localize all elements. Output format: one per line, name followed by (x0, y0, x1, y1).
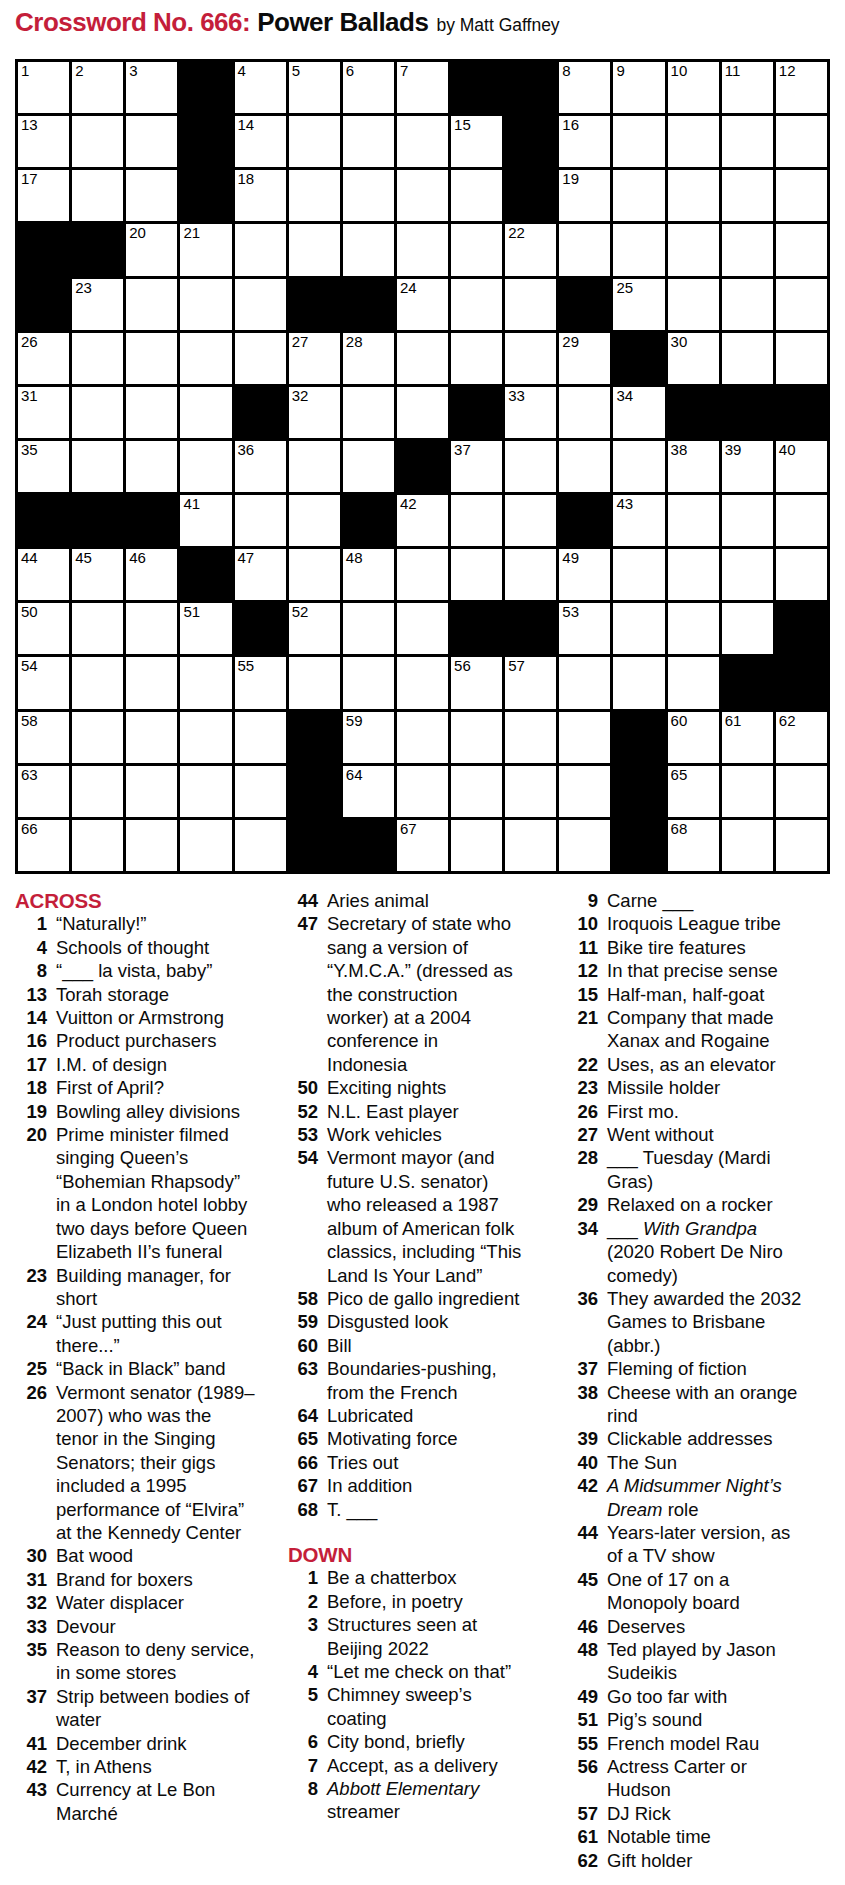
grid-cell-r13c10[interactable] (505, 712, 556, 763)
clue-number: 58 (288, 1287, 318, 1310)
clue-number: 42 (15, 1755, 47, 1778)
clue-text: Schools of thought (56, 936, 257, 959)
grid-cell-r13c4[interactable] (180, 712, 231, 763)
grid-cell-r2c13[interactable] (668, 116, 719, 167)
grid-cell-r10c9[interactable] (451, 549, 502, 600)
clue-text: Gift holder (607, 1849, 803, 1872)
grid-cell-r11c12[interactable] (613, 603, 664, 654)
black-square-r5c6 (289, 279, 340, 330)
grid-cell-r1c2[interactable]: 2 (72, 62, 123, 113)
cell-number-30: 30 (671, 334, 688, 351)
grid-cell-r3c12[interactable] (613, 170, 664, 221)
cell-number-17: 17 (21, 171, 38, 188)
cell-number-24: 24 (400, 280, 417, 297)
clue-text: Half-man, half-goat (607, 983, 803, 1006)
clue-number: 23 (565, 1076, 598, 1099)
clue-down-42: 42A Midsummer Night’s Dream role (565, 1474, 804, 1521)
grid-cell-r3c2[interactable] (72, 170, 123, 221)
grid-cell-r15c9[interactable] (451, 820, 502, 871)
grid-cell-r6c3[interactable] (126, 333, 177, 384)
grid-cell-r2c6[interactable] (289, 116, 340, 167)
grid-cell-r15c3[interactable] (126, 820, 177, 871)
clue-text: Carne ___ (607, 889, 803, 912)
clue-number: 52 (288, 1100, 318, 1123)
grid-cell-r8c15[interactable]: 40 (776, 441, 827, 492)
grid-cell-r10c11[interactable]: 49 (559, 549, 610, 600)
black-square-r7c5 (235, 387, 286, 438)
grid-cell-r15c4[interactable] (180, 820, 231, 871)
grid-cell-r13c5[interactable] (235, 712, 286, 763)
clue-number: 43 (15, 1778, 47, 1825)
clue-text: Brand for boxers (56, 1568, 257, 1591)
clue-down-2: 2Before, in poetry (288, 1590, 523, 1613)
clue-text: ___ With Grandpa (2020 Robert De Niro co… (607, 1217, 803, 1287)
clue-text: Product purchasers (56, 1029, 257, 1052)
clue-text: Chimney sweep’s coating (327, 1683, 522, 1730)
grid-cell-r11c13[interactable] (668, 603, 719, 654)
grid-cell-r5c10[interactable] (505, 279, 556, 330)
cell-number-47: 47 (238, 550, 255, 567)
clue-number: 38 (565, 1381, 598, 1428)
down-header: DOWN (288, 1543, 523, 1566)
black-square-r10c4 (180, 549, 231, 600)
clue-text: Vermont senator (1989–2007) who was the … (56, 1381, 257, 1545)
grid-cell-r4c12[interactable] (613, 224, 664, 275)
grid-cell-r5c2[interactable]: 23 (72, 279, 123, 330)
grid-cell-r4c6[interactable] (289, 224, 340, 275)
grid-cell-r5c13[interactable] (668, 279, 719, 330)
clue-text: “___ la vista, baby” (56, 959, 257, 982)
grid-cell-r10c2[interactable]: 45 (72, 549, 123, 600)
clue-text: Bill (327, 1334, 522, 1357)
grid-cell-r11c8[interactable] (397, 603, 448, 654)
grid-cell-r5c14[interactable] (722, 279, 773, 330)
grid-cell-r12c2[interactable] (72, 657, 123, 708)
grid-cell-r1c11[interactable]: 8 (559, 62, 610, 113)
grid-cell-r12c13[interactable] (668, 657, 719, 708)
black-square-r14c6 (289, 766, 340, 817)
grid-cell-r14c10[interactable] (505, 766, 556, 817)
grid-cell-r9c15[interactable] (776, 495, 827, 546)
grid-cell-r1c1[interactable]: 1 (18, 62, 69, 113)
clue-across-31: 31Brand for boxers (15, 1568, 257, 1591)
clue-text: One of 17 on a Monopoly board (607, 1568, 803, 1615)
clue-number: 3 (288, 1613, 318, 1660)
clue-text: Aries animal (327, 889, 522, 912)
grid-cell-r8c12[interactable] (613, 441, 664, 492)
grid-cell-r4c15[interactable] (776, 224, 827, 275)
grid-cell-r2c12[interactable] (613, 116, 664, 167)
grid-cell-r4c8[interactable] (397, 224, 448, 275)
grid-cell-r3c8[interactable] (397, 170, 448, 221)
clue-text: Work vehicles (327, 1123, 522, 1146)
grid-cell-r10c3[interactable]: 46 (126, 549, 177, 600)
clue-across-13: 13Torah storage (15, 983, 257, 1006)
grid-cell-r11c7[interactable] (343, 603, 394, 654)
cell-number-52: 52 (292, 604, 309, 621)
grid-cell-r1c13[interactable]: 10 (668, 62, 719, 113)
clue-text: Torah storage (56, 983, 257, 1006)
cell-number-15: 15 (454, 117, 471, 134)
grid-cell-r1c6[interactable]: 5 (289, 62, 340, 113)
grid-cell-r15c8[interactable]: 67 (397, 820, 448, 871)
grid-cell-r4c11[interactable] (559, 224, 610, 275)
clue-number: 16 (15, 1029, 47, 1052)
grid-cell-r7c4[interactable] (180, 387, 231, 438)
clue-down-34: 34___ With Grandpa (2020 Robert De Niro … (565, 1217, 804, 1287)
clue-number: 8 (15, 959, 47, 982)
grid-cell-r9c10[interactable] (505, 495, 556, 546)
grid-cell-r7c10[interactable]: 33 (505, 387, 556, 438)
grid-cell-r14c7[interactable]: 64 (343, 766, 394, 817)
grid-cell-r2c8[interactable] (397, 116, 448, 167)
grid-cell-r5c12[interactable]: 25 (613, 279, 664, 330)
clue-across-43: 43Currency at Le Bon Marché (15, 1778, 257, 1825)
grid-cell-r7c12[interactable]: 34 (613, 387, 664, 438)
grid-cell-r4c4[interactable]: 21 (180, 224, 231, 275)
grid-cell-r12c4[interactable] (180, 657, 231, 708)
clue-number: 21 (565, 1006, 598, 1053)
grid-cell-r14c2[interactable] (72, 766, 123, 817)
clue-text: Structures seen at Beijing 2022 (327, 1613, 522, 1660)
clue-across-59: 59Disgusted look (288, 1310, 523, 1333)
grid-cell-r13c2[interactable] (72, 712, 123, 763)
grid-cell-r14c14[interactable] (722, 766, 773, 817)
grid-cell-r13c11[interactable] (559, 712, 610, 763)
grid-cell-r15c10[interactable] (505, 820, 556, 871)
grid-cell-r15c1[interactable]: 66 (18, 820, 69, 871)
grid-cell-r13c3[interactable] (126, 712, 177, 763)
grid-cell-r3c5[interactable]: 18 (235, 170, 286, 221)
grid-cell-r5c5[interactable] (235, 279, 286, 330)
clue-down-46: 46Deserves (565, 1615, 804, 1638)
grid-cell-r5c4[interactable] (180, 279, 231, 330)
black-square-r2c10 (505, 116, 556, 167)
grid-cell-r7c3[interactable] (126, 387, 177, 438)
grid-cell-r2c14[interactable] (722, 116, 773, 167)
clue-text: “Back in Black” band (56, 1357, 257, 1380)
grid-cell-r2c5[interactable]: 14 (235, 116, 286, 167)
grid-cell-r7c11[interactable] (559, 387, 610, 438)
grid-cell-r3c11[interactable]: 19 (559, 170, 610, 221)
cell-number-66: 66 (21, 821, 38, 838)
clue-across-32: 32Water displacer (15, 1591, 257, 1614)
clue-across-25: 25“Back in Black” band (15, 1357, 257, 1380)
grid-cell-r6c7[interactable]: 28 (343, 333, 394, 384)
page-title: Crossword No. 666:Power Balladsby Matt G… (15, 7, 560, 38)
grid-cell-r12c6[interactable] (289, 657, 340, 708)
grid-cell-r8c1[interactable]: 35 (18, 441, 69, 492)
clue-number: 10 (565, 912, 598, 935)
black-square-r11c10 (505, 603, 556, 654)
cell-number-3: 3 (129, 63, 137, 80)
clue-text: Vermont mayor (and future U.S. senator) … (327, 1146, 522, 1286)
clue-down-55: 55French model Rau (565, 1732, 804, 1755)
grid-cell-r11c11[interactable]: 53 (559, 603, 610, 654)
grid-cell-r14c1[interactable]: 63 (18, 766, 69, 817)
grid-cell-r11c4[interactable]: 51 (180, 603, 231, 654)
grid-cell-r2c3[interactable] (126, 116, 177, 167)
grid-cell-r2c1[interactable]: 13 (18, 116, 69, 167)
grid-cell-r6c2[interactable] (72, 333, 123, 384)
clue-text: N.L. East player (327, 1100, 522, 1123)
grid-cell-r9c13[interactable] (668, 495, 719, 546)
grid-cell-r1c15[interactable]: 12 (776, 62, 827, 113)
grid-cell-r3c13[interactable] (668, 170, 719, 221)
grid-cell-r14c13[interactable]: 65 (668, 766, 719, 817)
cell-number-55: 55 (238, 658, 255, 675)
grid-cell-r3c14[interactable] (722, 170, 773, 221)
grid-cell-r11c2[interactable] (72, 603, 123, 654)
grid-cell-r12c10[interactable]: 57 (505, 657, 556, 708)
grid-cell-r8c14[interactable]: 39 (722, 441, 773, 492)
cell-number-57: 57 (508, 658, 525, 675)
grid-cell-r7c2[interactable] (72, 387, 123, 438)
grid-cell-r3c6[interactable] (289, 170, 340, 221)
clue-across-17: 17I.M. of design (15, 1053, 257, 1076)
grid-cell-r15c2[interactable] (72, 820, 123, 871)
grid-cell-r7c1[interactable]: 31 (18, 387, 69, 438)
cell-number-46: 46 (129, 550, 146, 567)
grid-cell-r9c4[interactable]: 41 (180, 495, 231, 546)
grid-cell-r8c13[interactable]: 38 (668, 441, 719, 492)
grid-cell-r3c15[interactable] (776, 170, 827, 221)
clue-number: 27 (565, 1123, 598, 1146)
cell-number-12: 12 (779, 63, 796, 80)
grid-cell-r14c8[interactable] (397, 766, 448, 817)
grid-cell-r13c9[interactable] (451, 712, 502, 763)
grid-cell-r6c14[interactable] (722, 333, 773, 384)
grid-cell-r9c5[interactable] (235, 495, 286, 546)
grid-cell-r4c7[interactable] (343, 224, 394, 275)
grid-cell-r6c5[interactable] (235, 333, 286, 384)
grid-cell-r7c8[interactable] (397, 387, 448, 438)
puzzle-byline: by Matt Gaffney (436, 15, 559, 35)
grid-cell-r11c14[interactable] (722, 603, 773, 654)
grid-cell-r4c3[interactable]: 20 (126, 224, 177, 275)
cell-number-33: 33 (508, 388, 525, 405)
grid-cell-r2c11[interactable]: 16 (559, 116, 610, 167)
grid-cell-r12c7[interactable] (343, 657, 394, 708)
grid-cell-r9c12[interactable]: 43 (613, 495, 664, 546)
clue-text: Prime minister filmed singing Queen’s “B… (56, 1123, 257, 1263)
clue-text: Motivating force (327, 1427, 522, 1450)
clue-number: 48 (565, 1638, 598, 1685)
grid-cell-r7c7[interactable] (343, 387, 394, 438)
clue-text: Strip between bodies of water (56, 1685, 257, 1732)
grid-cell-r8c10[interactable] (505, 441, 556, 492)
clue-down-56: 56Actress Carter or Hudson (565, 1755, 804, 1802)
grid-cell-r7c6[interactable]: 32 (289, 387, 340, 438)
grid-cell-r12c3[interactable] (126, 657, 177, 708)
grid-cell-r13c14[interactable]: 61 (722, 712, 773, 763)
black-square-r7c13 (668, 387, 719, 438)
clue-text: Disgusted look (327, 1310, 522, 1333)
grid-cell-r8c2[interactable] (72, 441, 123, 492)
clue-down-62: 62Gift holder (565, 1849, 804, 1872)
grid-cell-r3c1[interactable]: 17 (18, 170, 69, 221)
cell-number-56: 56 (454, 658, 471, 675)
grid-cell-r14c3[interactable] (126, 766, 177, 817)
grid-cell-r10c6[interactable] (289, 549, 340, 600)
cell-number-11: 11 (725, 63, 741, 80)
grid-cell-r10c7[interactable]: 48 (343, 549, 394, 600)
clue-text: Company that made Xanax and Rogaine (607, 1006, 803, 1053)
clue-number: 13 (15, 983, 47, 1006)
clue-number: 15 (565, 983, 598, 1006)
clue-text: Be a chatterbox (327, 1566, 522, 1589)
grid-cell-r10c15[interactable] (776, 549, 827, 600)
clue-number: 2 (288, 1590, 318, 1613)
grid-cell-r15c14[interactable] (722, 820, 773, 871)
grid-cell-r6c11[interactable]: 29 (559, 333, 610, 384)
cell-number-62: 62 (779, 713, 796, 730)
grid-cell-r4c14[interactable] (722, 224, 773, 275)
grid-cell-r9c14[interactable] (722, 495, 773, 546)
grid-cell-r8c4[interactable] (180, 441, 231, 492)
grid-cell-r12c9[interactable]: 56 (451, 657, 502, 708)
grid-cell-r2c15[interactable] (776, 116, 827, 167)
clue-number: 50 (288, 1076, 318, 1099)
grid-cell-r8c11[interactable] (559, 441, 610, 492)
grid-cell-r13c15[interactable]: 62 (776, 712, 827, 763)
grid-cell-r6c9[interactable] (451, 333, 502, 384)
clue-across-41: 41December drink (15, 1732, 257, 1755)
grid-cell-r12c11[interactable] (559, 657, 610, 708)
grid-cell-r12c8[interactable] (397, 657, 448, 708)
grid-cell-r9c8[interactable]: 42 (397, 495, 448, 546)
grid-cell-r13c7[interactable]: 59 (343, 712, 394, 763)
grid-cell-r1c8[interactable]: 7 (397, 62, 448, 113)
grid-cell-r13c8[interactable] (397, 712, 448, 763)
clue-down-44: 44Years-later version, as of a TV show (565, 1521, 804, 1568)
grid-cell-r3c9[interactable] (451, 170, 502, 221)
grid-cell-r14c4[interactable] (180, 766, 231, 817)
cell-number-34: 34 (616, 388, 633, 405)
black-square-r4c2 (72, 224, 123, 275)
grid-cell-r10c8[interactable] (397, 549, 448, 600)
clue-across-18: 18First of April? (15, 1076, 257, 1099)
clue-across-64: 64Lubricated (288, 1404, 523, 1427)
cell-number-44: 44 (21, 550, 38, 567)
grid-cell-r4c5[interactable] (235, 224, 286, 275)
grid-cell-r3c7[interactable] (343, 170, 394, 221)
grid-cell-r6c1[interactable]: 26 (18, 333, 69, 384)
grid-cell-r2c7[interactable] (343, 116, 394, 167)
grid-cell-r8c9[interactable]: 37 (451, 441, 502, 492)
clue-across-68: 68T. ___ (288, 1498, 523, 1521)
grid-cell-r6c15[interactable] (776, 333, 827, 384)
grid-cell-r8c3[interactable] (126, 441, 177, 492)
grid-cell-r6c10[interactable] (505, 333, 556, 384)
grid-cell-r4c13[interactable] (668, 224, 719, 275)
grid-cell-r6c13[interactable]: 30 (668, 333, 719, 384)
grid-cell-r8c7[interactable] (343, 441, 394, 492)
grid-cell-r14c9[interactable] (451, 766, 502, 817)
black-square-r6c12 (613, 333, 664, 384)
grid-cell-r3c3[interactable] (126, 170, 177, 221)
grid-cell-r10c14[interactable] (722, 549, 773, 600)
cell-number-22: 22 (508, 225, 525, 242)
grid-cell-r8c5[interactable]: 36 (235, 441, 286, 492)
grid-cell-r1c3[interactable]: 3 (126, 62, 177, 113)
cell-number-45: 45 (75, 550, 92, 567)
grid-cell-r11c6[interactable]: 52 (289, 603, 340, 654)
clue-number: 45 (565, 1568, 598, 1615)
grid-cell-r15c5[interactable] (235, 820, 286, 871)
clue-text: December drink (56, 1732, 257, 1755)
grid-cell-r6c6[interactable]: 27 (289, 333, 340, 384)
grid-cell-r15c11[interactable] (559, 820, 610, 871)
grid-cell-r15c15[interactable] (776, 820, 827, 871)
grid-cell-r12c12[interactable] (613, 657, 664, 708)
grid-cell-r5c8[interactable]: 24 (397, 279, 448, 330)
clue-text: Bowling alley divisions (56, 1100, 257, 1123)
puzzle-series-label: Crossword No. 666: (15, 7, 250, 37)
grid-cell-r9c6[interactable] (289, 495, 340, 546)
clue-text: DJ Rick (607, 1802, 803, 1825)
grid-cell-r10c13[interactable] (668, 549, 719, 600)
cell-number-9: 9 (616, 63, 624, 80)
clue-number: 54 (288, 1146, 318, 1286)
grid-cell-r8c6[interactable] (289, 441, 340, 492)
grid-cell-r14c11[interactable] (559, 766, 610, 817)
grid-cell-r1c14[interactable]: 11 (722, 62, 773, 113)
grid-cell-r15c13[interactable]: 68 (668, 820, 719, 871)
grid-cell-r2c2[interactable] (72, 116, 123, 167)
clue-number: 60 (288, 1334, 318, 1357)
clue-across-20: 20Prime minister filmed singing Queen’s … (15, 1123, 257, 1263)
clue-number: 66 (288, 1451, 318, 1474)
grid-cell-r1c12[interactable]: 9 (613, 62, 664, 113)
grid-cell-r10c1[interactable]: 44 (18, 549, 69, 600)
black-square-r9c11 (559, 495, 610, 546)
clue-across-66: 66Tries out (288, 1451, 523, 1474)
grid-cell-r11c1[interactable]: 50 (18, 603, 69, 654)
cell-number-13: 13 (21, 117, 38, 134)
grid-cell-r2c9[interactable]: 15 (451, 116, 502, 167)
clue-down-21: 21Company that made Xanax and Rogaine (565, 1006, 804, 1053)
grid-cell-r14c15[interactable] (776, 766, 827, 817)
grid-cell-r1c5[interactable]: 4 (235, 62, 286, 113)
clue-text: Bike tire features (607, 936, 803, 959)
grid-cell-r5c15[interactable] (776, 279, 827, 330)
grid-cell-r10c10[interactable] (505, 549, 556, 600)
grid-cell-r5c3[interactable] (126, 279, 177, 330)
grid-cell-r13c13[interactable]: 60 (668, 712, 719, 763)
grid-cell-r6c8[interactable] (397, 333, 448, 384)
grid-cell-r5c9[interactable] (451, 279, 502, 330)
grid-cell-r4c9[interactable] (451, 224, 502, 275)
grid-cell-r6c4[interactable] (180, 333, 231, 384)
grid-cell-r10c12[interactable] (613, 549, 664, 600)
grid-cell-r13c1[interactable]: 58 (18, 712, 69, 763)
grid-cell-r11c3[interactable] (126, 603, 177, 654)
clue-text: Currency at Le Bon Marché (56, 1778, 257, 1825)
cell-number-20: 20 (129, 225, 146, 242)
grid-cell-r12c5[interactable]: 55 (235, 657, 286, 708)
grid-cell-r14c5[interactable] (235, 766, 286, 817)
clue-number: 51 (565, 1708, 598, 1731)
grid-cell-r9c9[interactable] (451, 495, 502, 546)
grid-cell-r12c1[interactable]: 54 (18, 657, 69, 708)
clue-text: Pico de gallo ingredient (327, 1287, 522, 1310)
grid-cell-r1c7[interactable]: 6 (343, 62, 394, 113)
grid-cell-r4c10[interactable]: 22 (505, 224, 556, 275)
black-square-r7c15 (776, 387, 827, 438)
grid-cell-r10c5[interactable]: 47 (235, 549, 286, 600)
clue-across-67: 67In addition (288, 1474, 523, 1497)
